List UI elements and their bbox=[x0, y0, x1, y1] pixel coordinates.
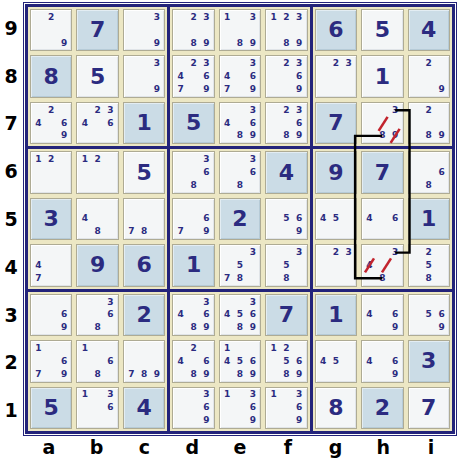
cell-c6[interactable]: 5 bbox=[121, 149, 167, 195]
candidate-1: 1 bbox=[221, 389, 234, 402]
column-label-f: f bbox=[264, 433, 312, 460]
cell-face: 3 bbox=[30, 198, 72, 240]
cell-b5[interactable]: 48 bbox=[74, 196, 120, 242]
cell-c9[interactable]: 39 bbox=[121, 7, 167, 53]
candidate-4: 4 bbox=[32, 117, 45, 130]
cell-face: 2389 bbox=[172, 9, 214, 51]
candidate-8: 8 bbox=[280, 368, 293, 381]
cell-face: 34689 bbox=[172, 294, 214, 336]
candidate-4: 4 bbox=[317, 213, 330, 226]
cell-h3[interactable]: 469 bbox=[359, 292, 405, 338]
candidate-8: 8 bbox=[234, 368, 247, 381]
cell-a1[interactable]: 5 bbox=[28, 385, 74, 431]
candidate-4: 4 bbox=[32, 259, 45, 272]
cell-g9[interactable]: 6 bbox=[313, 7, 359, 53]
cell-face: 136 bbox=[76, 387, 118, 429]
cell-a7[interactable]: 2469 bbox=[28, 100, 74, 146]
candidate-9: 9 bbox=[200, 368, 213, 381]
candidate-3: 3 bbox=[293, 104, 306, 117]
candidate-8: 8 bbox=[422, 272, 435, 285]
candidate-6: 6 bbox=[200, 355, 213, 368]
candidate-9: 9 bbox=[389, 321, 402, 334]
candidate-9: 9 bbox=[435, 321, 448, 334]
cell-face: 389 bbox=[361, 102, 403, 144]
cell-face: 1369 bbox=[219, 387, 261, 429]
cell-c1[interactable]: 4 bbox=[121, 385, 167, 431]
cell-face: 23 bbox=[315, 55, 357, 97]
cell-face: 2 bbox=[361, 387, 403, 429]
candidate-4: 4 bbox=[317, 355, 330, 368]
cell-face: 348 bbox=[361, 244, 403, 286]
cell-f5[interactable]: 569 bbox=[263, 196, 309, 242]
candidate-8: 8 bbox=[91, 368, 104, 381]
cell-face: 7 bbox=[315, 102, 357, 144]
box-2: 238913891238923467934679236953468923689 bbox=[170, 7, 309, 146]
cell-d7[interactable]: 5 bbox=[170, 100, 216, 146]
cell-f6[interactable]: 4 bbox=[263, 149, 309, 195]
cell-a3[interactable]: 69 bbox=[28, 292, 74, 338]
column-label-i: i bbox=[407, 433, 455, 460]
cell-h6[interactable]: 7 bbox=[359, 149, 405, 195]
cell-face: 145689 bbox=[219, 340, 261, 382]
cell-face: 4 bbox=[408, 9, 450, 51]
row-label-2: 2 bbox=[0, 338, 22, 386]
candidate-3: 3 bbox=[104, 389, 117, 402]
cell-b6[interactable]: 12 bbox=[74, 149, 120, 195]
candidate-6: 6 bbox=[293, 355, 306, 368]
cell-face: 2346 bbox=[76, 102, 118, 144]
candidate-4: 4 bbox=[78, 213, 91, 226]
candidate-9: 9 bbox=[389, 368, 402, 381]
cell-a8[interactable]: 8 bbox=[28, 53, 74, 99]
candidate-2: 2 bbox=[45, 104, 58, 117]
cell-face: 168 bbox=[76, 340, 118, 382]
cell-c8[interactable]: 39 bbox=[121, 53, 167, 99]
candidate-6: 6 bbox=[246, 401, 259, 414]
candidate-8: 8 bbox=[234, 179, 247, 192]
given-digit: 6 bbox=[136, 254, 151, 276]
cell-face: 24689 bbox=[172, 340, 214, 382]
row-label-7: 7 bbox=[0, 100, 22, 148]
candidate-4: 4 bbox=[174, 308, 187, 321]
cell-g5[interactable]: 45 bbox=[313, 196, 359, 242]
cell-e2[interactable]: 145689 bbox=[217, 338, 263, 384]
cell-face: 8 bbox=[30, 55, 72, 97]
candidate-3: 3 bbox=[151, 57, 164, 70]
box-4: 12125348784796 bbox=[28, 149, 167, 288]
cell-face: 1 bbox=[361, 55, 403, 97]
candidate-8: 8 bbox=[187, 179, 200, 192]
given-digit: 9 bbox=[328, 162, 343, 184]
candidate-6: 6 bbox=[435, 166, 448, 179]
cell-e8[interactable]: 34679 bbox=[217, 53, 263, 99]
candidate-9: 9 bbox=[58, 321, 71, 334]
cell-i9[interactable]: 4 bbox=[406, 7, 452, 53]
cell-d1[interactable]: 369 bbox=[170, 385, 216, 431]
candidate-6: 6 bbox=[58, 355, 71, 368]
cell-face: 1 bbox=[315, 294, 357, 336]
row-labels: 987654321 bbox=[0, 4, 22, 434]
cell-d3[interactable]: 34689 bbox=[170, 292, 216, 338]
candidate-6: 6 bbox=[246, 355, 259, 368]
candidate-9: 9 bbox=[293, 83, 306, 96]
cell-g2[interactable]: 45 bbox=[313, 338, 359, 384]
candidate-4: 4 bbox=[363, 213, 376, 226]
candidate-3: 3 bbox=[200, 389, 213, 402]
candidate-2: 2 bbox=[422, 104, 435, 117]
candidate-2: 2 bbox=[280, 11, 293, 24]
cell-i5[interactable]: 1 bbox=[406, 196, 452, 242]
candidate-9: 9 bbox=[200, 225, 213, 238]
candidate-6: 6 bbox=[104, 355, 117, 368]
cell-i8[interactable]: 29 bbox=[406, 53, 452, 99]
candidate-6: 6 bbox=[104, 308, 117, 321]
cell-g4[interactable]: 23 bbox=[313, 242, 359, 288]
cell-c2[interactable]: 789 bbox=[121, 338, 167, 384]
box-9: 1469569454693827 bbox=[313, 292, 452, 431]
cell-face: 2 bbox=[219, 198, 261, 240]
cell-face: 4 bbox=[123, 387, 165, 429]
candidate-2: 2 bbox=[329, 246, 342, 259]
cell-i1[interactable]: 7 bbox=[406, 385, 452, 431]
cell-i6[interactable]: 68 bbox=[406, 149, 452, 195]
cell-a4[interactable]: 47 bbox=[28, 242, 74, 288]
cell-e7[interactable]: 34689 bbox=[217, 100, 263, 146]
cell-face: 569 bbox=[265, 198, 307, 240]
candidate-7: 7 bbox=[221, 272, 234, 285]
candidate-8: 8 bbox=[91, 225, 104, 238]
candidate-2: 2 bbox=[187, 342, 200, 355]
cell-face: 12389 bbox=[265, 9, 307, 51]
cell-h4[interactable]: 348 bbox=[359, 242, 405, 288]
cell-face: 5 bbox=[123, 151, 165, 193]
column-label-e: e bbox=[216, 433, 264, 460]
cell-face: 47 bbox=[30, 244, 72, 286]
cell-face: 345689 bbox=[219, 294, 261, 336]
candidate-5: 5 bbox=[329, 213, 342, 226]
cell-face: 5 bbox=[361, 9, 403, 51]
candidate-9: 9 bbox=[200, 83, 213, 96]
candidate-2: 2 bbox=[91, 104, 104, 117]
cell-face: 29 bbox=[30, 9, 72, 51]
cell-c3[interactable]: 2 bbox=[121, 292, 167, 338]
candidate-3: 3 bbox=[246, 153, 259, 166]
candidate-9: 9 bbox=[58, 130, 71, 143]
candidate-5: 5 bbox=[234, 259, 247, 272]
cell-i4[interactable]: 258 bbox=[406, 242, 452, 288]
candidate-2: 2 bbox=[329, 57, 342, 70]
candidate-3: 3 bbox=[293, 57, 306, 70]
cell-face: 1 bbox=[172, 244, 214, 286]
candidate-6: 6 bbox=[389, 308, 402, 321]
cell-face: 8 bbox=[315, 387, 357, 429]
candidate-8: 8 bbox=[234, 321, 247, 334]
cell-a9[interactable]: 29 bbox=[28, 7, 74, 53]
cell-face: 48 bbox=[76, 198, 118, 240]
cell-g3[interactable]: 1 bbox=[313, 292, 359, 338]
cell-face: 5 bbox=[30, 387, 72, 429]
candidate-2: 2 bbox=[280, 342, 293, 355]
cell-e9[interactable]: 1389 bbox=[217, 7, 263, 53]
row-label-5: 5 bbox=[0, 195, 22, 243]
candidate-8: 8 bbox=[422, 130, 435, 143]
candidate-2: 2 bbox=[187, 11, 200, 24]
cell-face: 6 bbox=[315, 9, 357, 51]
candidate-3: 3 bbox=[246, 296, 259, 309]
cell-f9[interactable]: 12389 bbox=[263, 7, 309, 53]
cell-face: 679 bbox=[172, 198, 214, 240]
cell-b9[interactable]: 7 bbox=[74, 7, 120, 53]
cell-face: 3 bbox=[408, 340, 450, 382]
candidate-3: 3 bbox=[200, 11, 213, 24]
given-digit: 3 bbox=[421, 350, 436, 372]
cell-face: 2 bbox=[123, 294, 165, 336]
candidate-4: 4 bbox=[78, 117, 91, 130]
candidate-5: 5 bbox=[422, 259, 435, 272]
row-label-3: 3 bbox=[0, 291, 22, 339]
box-3: 654231297389289 bbox=[313, 7, 452, 146]
cell-g7[interactable]: 7 bbox=[313, 100, 359, 146]
cell-face: 1369 bbox=[265, 387, 307, 429]
cell-a6[interactable]: 12 bbox=[28, 149, 74, 195]
given-digit: 1 bbox=[328, 304, 343, 326]
candidate-4: 4 bbox=[174, 355, 187, 368]
candidate-3: 3 bbox=[200, 57, 213, 70]
cell-face: 46 bbox=[361, 198, 403, 240]
cell-f1[interactable]: 1369 bbox=[263, 385, 309, 431]
cell-face: 789 bbox=[123, 340, 165, 382]
candidate-9: 9 bbox=[200, 414, 213, 427]
cell-d2[interactable]: 24689 bbox=[170, 338, 216, 384]
column-label-c: c bbox=[121, 433, 169, 460]
cell-f3[interactable]: 7 bbox=[263, 292, 309, 338]
candidate-8: 8 bbox=[138, 368, 151, 381]
cell-face: 469 bbox=[361, 340, 403, 382]
given-digit: 9 bbox=[90, 254, 105, 276]
cell-face: 34689 bbox=[219, 102, 261, 144]
cell-face: 9 bbox=[315, 151, 357, 193]
cell-e3[interactable]: 345689 bbox=[217, 292, 263, 338]
sudoku-diagram: 987654321 297398539246923461238913891238… bbox=[0, 0, 460, 460]
candidate-8: 8 bbox=[234, 130, 247, 143]
cell-b7[interactable]: 2346 bbox=[74, 100, 120, 146]
cell-e5[interactable]: 2 bbox=[217, 196, 263, 242]
solved-digit: 8 bbox=[328, 397, 343, 419]
candidate-9: 9 bbox=[293, 368, 306, 381]
cell-face: 45 bbox=[315, 340, 357, 382]
cell-h5[interactable]: 46 bbox=[359, 196, 405, 242]
cell-face: 29 bbox=[408, 55, 450, 97]
cell-f2[interactable]: 125689 bbox=[263, 338, 309, 384]
cell-b2[interactable]: 168 bbox=[74, 338, 120, 384]
candidate-6: 6 bbox=[435, 308, 448, 321]
given-digit: 6 bbox=[328, 19, 343, 41]
given-digit: 7 bbox=[328, 112, 343, 134]
candidate-6: 6 bbox=[389, 213, 402, 226]
cell-face: 1 bbox=[408, 198, 450, 240]
candidate-8: 8 bbox=[234, 37, 247, 50]
cell-f7[interactable]: 23689 bbox=[263, 100, 309, 146]
candidate-7: 7 bbox=[32, 368, 45, 381]
cell-g1[interactable]: 8 bbox=[313, 385, 359, 431]
cell-face: 2369 bbox=[265, 55, 307, 97]
candidate-3: 3 bbox=[246, 11, 259, 24]
cell-i2[interactable]: 3 bbox=[406, 338, 452, 384]
cell-h9[interactable]: 5 bbox=[359, 7, 405, 53]
candidate-1: 1 bbox=[221, 11, 234, 24]
candidate-7: 7 bbox=[174, 83, 187, 96]
candidate-7: 7 bbox=[125, 225, 138, 238]
given-digit: 1 bbox=[421, 208, 436, 230]
cell-f4[interactable]: 358 bbox=[263, 242, 309, 288]
candidate-6: 6 bbox=[200, 70, 213, 83]
candidate-5: 5 bbox=[280, 259, 293, 272]
cell-a5[interactable]: 3 bbox=[28, 196, 74, 242]
cell-face: 12 bbox=[76, 151, 118, 193]
candidate-1: 1 bbox=[78, 342, 91, 355]
candidate-9: 9 bbox=[293, 414, 306, 427]
cell-e1[interactable]: 1369 bbox=[217, 385, 263, 431]
cell-c5[interactable]: 78 bbox=[121, 196, 167, 242]
candidate-8: 8 bbox=[187, 37, 200, 50]
row-label-8: 8 bbox=[0, 52, 22, 100]
candidate-9: 9 bbox=[200, 37, 213, 50]
cell-f8[interactable]: 2369 bbox=[263, 53, 309, 99]
cell-b4[interactable]: 9 bbox=[74, 242, 120, 288]
cell-face: 368 bbox=[172, 151, 214, 193]
candidate-6: 6 bbox=[246, 166, 259, 179]
candidate-8: 8 bbox=[280, 272, 293, 285]
given-digit: 7 bbox=[90, 19, 105, 41]
candidate-7: 7 bbox=[125, 368, 138, 381]
candidate-4: 4 bbox=[174, 70, 187, 83]
cell-face: 3578 bbox=[219, 244, 261, 286]
candidate-5: 5 bbox=[422, 308, 435, 321]
box-5: 3683684679256913578358 bbox=[170, 149, 309, 288]
solved-digit: 5 bbox=[90, 66, 105, 88]
cell-face: 289 bbox=[408, 102, 450, 144]
candidate-4: 4 bbox=[363, 355, 376, 368]
cell-face: 569 bbox=[408, 294, 450, 336]
given-digit: 1 bbox=[136, 112, 151, 134]
cell-face: 7 bbox=[265, 294, 307, 336]
candidate-3: 3 bbox=[293, 389, 306, 402]
candidate-8: 8 bbox=[91, 321, 104, 334]
candidate-3: 3 bbox=[104, 296, 117, 309]
cell-d9[interactable]: 2389 bbox=[170, 7, 216, 53]
cell-h8[interactable]: 1 bbox=[359, 53, 405, 99]
candidate-6: 6 bbox=[104, 401, 117, 414]
cell-b8[interactable]: 5 bbox=[74, 53, 120, 99]
candidate-9: 9 bbox=[389, 130, 402, 143]
given-digit: 2 bbox=[375, 397, 390, 419]
given-digit: 2 bbox=[136, 304, 151, 326]
cell-e6[interactable]: 368 bbox=[217, 149, 263, 195]
candidate-7: 7 bbox=[221, 83, 234, 96]
cell-face: 23 bbox=[315, 244, 357, 286]
candidate-6: 6 bbox=[104, 117, 117, 130]
candidate-4: 4 bbox=[221, 117, 234, 130]
cell-face: 2469 bbox=[30, 102, 72, 144]
given-digit: 2 bbox=[232, 208, 247, 230]
board: 2973985392469234612389138912389234679346… bbox=[25, 4, 455, 434]
candidate-6: 6 bbox=[200, 213, 213, 226]
cell-face: 5 bbox=[172, 102, 214, 144]
candidate-1: 1 bbox=[32, 153, 45, 166]
cell-face: 1 bbox=[123, 102, 165, 144]
cell-a2[interactable]: 1679 bbox=[28, 338, 74, 384]
row-label-9: 9 bbox=[0, 4, 22, 52]
cell-face: 12 bbox=[30, 151, 72, 193]
candidate-9: 9 bbox=[435, 130, 448, 143]
cell-c7[interactable]: 1 bbox=[121, 100, 167, 146]
cell-h2[interactable]: 469 bbox=[359, 338, 405, 384]
box-7: 693682167916878951364 bbox=[28, 292, 167, 431]
cell-face: 358 bbox=[265, 244, 307, 286]
candidate-6: 6 bbox=[200, 308, 213, 321]
solved-digit: 7 bbox=[421, 397, 436, 419]
cell-i7[interactable]: 289 bbox=[406, 100, 452, 146]
candidate-3: 3 bbox=[104, 104, 117, 117]
cell-face: 234679 bbox=[172, 55, 214, 97]
candidate-3: 3 bbox=[389, 104, 402, 117]
given-digit: 5 bbox=[186, 112, 201, 134]
candidate-8: 8 bbox=[234, 272, 247, 285]
cell-c4[interactable]: 6 bbox=[121, 242, 167, 288]
cell-i3[interactable]: 569 bbox=[406, 292, 452, 338]
cell-g6[interactable]: 9 bbox=[313, 149, 359, 195]
given-digit: 7 bbox=[375, 162, 390, 184]
cell-b3[interactable]: 368 bbox=[74, 292, 120, 338]
cell-face: 368 bbox=[76, 294, 118, 336]
candidate-2: 2 bbox=[422, 246, 435, 259]
candidate-9: 9 bbox=[58, 368, 71, 381]
candidate-9: 9 bbox=[293, 225, 306, 238]
cell-d6[interactable]: 368 bbox=[170, 149, 216, 195]
column-labels: abcdefghi bbox=[25, 433, 455, 460]
cell-b1[interactable]: 136 bbox=[74, 385, 120, 431]
cell-d4[interactable]: 1 bbox=[170, 242, 216, 288]
cell-face: 5 bbox=[76, 55, 118, 97]
column-label-a: a bbox=[25, 433, 73, 460]
column-label-g: g bbox=[312, 433, 360, 460]
candidate-3: 3 bbox=[293, 11, 306, 24]
cell-face: 7 bbox=[408, 387, 450, 429]
cell-face: 23689 bbox=[265, 102, 307, 144]
box-6: 97684546123348258 bbox=[313, 149, 452, 288]
candidate-6: 6 bbox=[389, 355, 402, 368]
candidate-1: 1 bbox=[267, 389, 280, 402]
cell-d5[interactable]: 679 bbox=[170, 196, 216, 242]
candidate-4: 4 bbox=[221, 70, 234, 83]
candidate-8: 8 bbox=[280, 37, 293, 50]
candidate-3: 3 bbox=[293, 246, 306, 259]
cell-face: 78 bbox=[123, 198, 165, 240]
candidate-6: 6 bbox=[293, 70, 306, 83]
cell-h1[interactable]: 2 bbox=[359, 385, 405, 431]
cell-g8[interactable]: 23 bbox=[313, 53, 359, 99]
cell-face: 1389 bbox=[219, 9, 261, 51]
cell-face: 469 bbox=[361, 294, 403, 336]
candidate-3: 3 bbox=[342, 246, 355, 259]
cell-h7[interactable]: 389 bbox=[359, 100, 405, 146]
candidate-9: 9 bbox=[200, 321, 213, 334]
candidate-1: 1 bbox=[32, 342, 45, 355]
cell-d8[interactable]: 234679 bbox=[170, 53, 216, 99]
cell-e4[interactable]: 3578 bbox=[217, 242, 263, 288]
candidate-4: 4 bbox=[221, 355, 234, 368]
candidate-8: 8 bbox=[187, 321, 200, 334]
